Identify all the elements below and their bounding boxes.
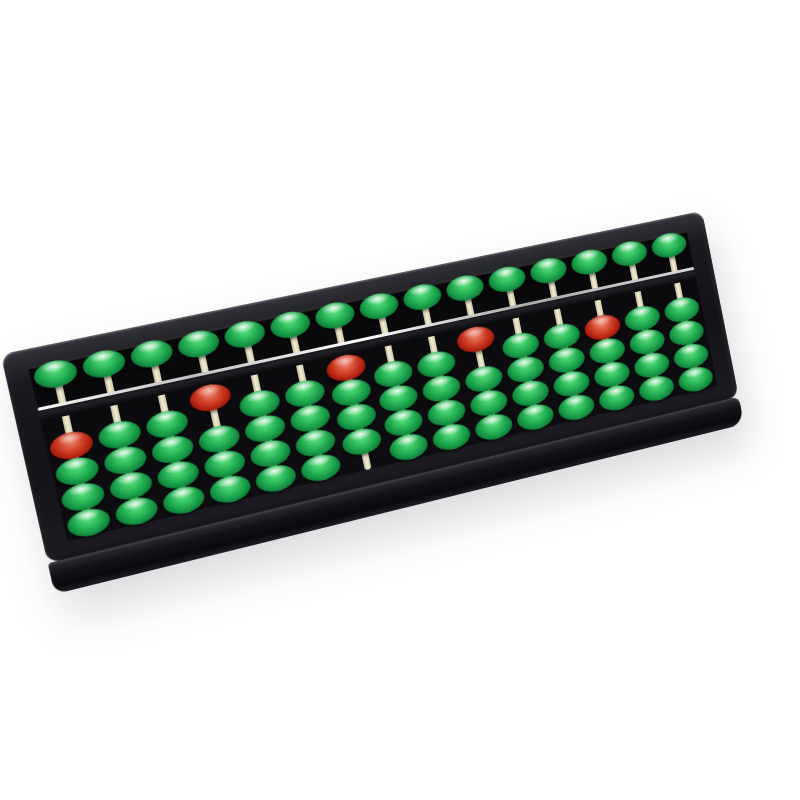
product-photo-background bbox=[0, 0, 800, 800]
bead-rod12-heaven[interactable] bbox=[528, 255, 569, 286]
bead-rod4-heaven[interactable] bbox=[176, 327, 222, 361]
bead-rod3-heaven[interactable] bbox=[128, 337, 175, 371]
bead-rod8-earth4[interactable] bbox=[387, 431, 430, 464]
bead-rod15-heaven[interactable] bbox=[650, 230, 689, 261]
bead-rod9-earth4[interactable] bbox=[430, 421, 472, 454]
bead-rod2-heaven[interactable] bbox=[80, 347, 128, 382]
bead-rod11-earth4[interactable] bbox=[515, 401, 556, 433]
bead-rod8-heaven[interactable] bbox=[357, 290, 400, 323]
bead-rod9-heaven[interactable] bbox=[401, 281, 444, 313]
bead-rod12-earth4[interactable] bbox=[556, 392, 596, 424]
bead-rod11-heaven[interactable] bbox=[486, 264, 527, 296]
bead-rod6-heaven[interactable] bbox=[268, 308, 313, 341]
bead-rod10-earth4[interactable] bbox=[473, 411, 514, 444]
bead-rod7-heaven[interactable] bbox=[313, 299, 357, 332]
bead-rod13-heaven[interactable] bbox=[569, 247, 609, 278]
bead-rod6-earth4[interactable] bbox=[299, 451, 343, 485]
bead-rod14-earth4[interactable] bbox=[637, 373, 676, 404]
bead-rod5-heaven[interactable] bbox=[222, 318, 267, 352]
bead-rod10-heaven[interactable] bbox=[444, 272, 486, 304]
bead-rod13-earth4[interactable] bbox=[597, 382, 637, 414]
bead-rod1-heaven[interactable] bbox=[31, 357, 79, 392]
bead-rod15-earth4[interactable] bbox=[676, 364, 714, 395]
bead-rod14-heaven[interactable] bbox=[610, 238, 649, 269]
abacus bbox=[1, 211, 744, 594]
bead-rod7-earth4[interactable] bbox=[340, 425, 383, 458]
